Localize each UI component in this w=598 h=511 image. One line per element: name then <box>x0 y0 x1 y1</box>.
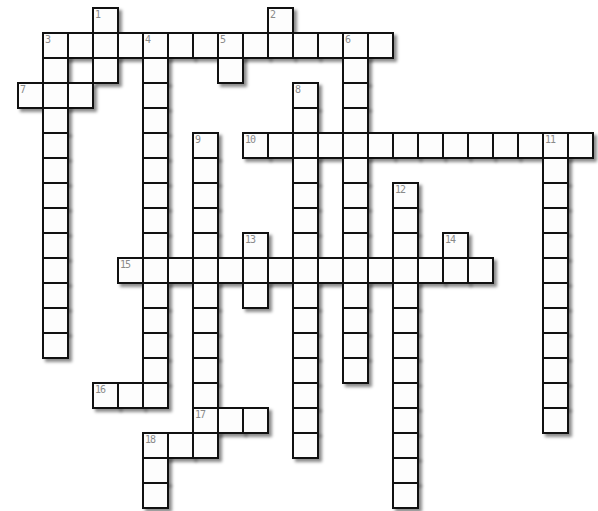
crossword-cell[interactable] <box>142 82 169 109</box>
crossword-cell[interactable] <box>267 257 294 284</box>
crossword-cell[interactable] <box>542 157 569 184</box>
crossword-cell[interactable] <box>142 332 169 359</box>
clue-number: 4 <box>145 34 150 45</box>
crossword-cell[interactable] <box>342 307 369 334</box>
crossword-cell[interactable] <box>192 307 219 334</box>
clue-number: 16 <box>95 384 105 395</box>
crossword-cell[interactable] <box>192 432 219 459</box>
crossword-cell[interactable] <box>67 82 94 109</box>
crossword-cell[interactable] <box>67 32 94 59</box>
crossword-cell[interactable] <box>392 132 419 159</box>
crossword-cell[interactable] <box>42 307 69 334</box>
crossword-cell[interactable] <box>292 332 319 359</box>
crossword-cell[interactable] <box>292 32 319 59</box>
crossword-cell[interactable] <box>142 157 169 184</box>
crossword-cell[interactable] <box>442 132 469 159</box>
crossword-cell[interactable]: 15 <box>117 257 144 284</box>
crossword-cell[interactable] <box>542 357 569 384</box>
crossword-cell[interactable] <box>242 282 269 309</box>
crossword-cell[interactable] <box>342 232 369 259</box>
crossword-cell[interactable] <box>342 57 369 84</box>
crossword-cell[interactable] <box>192 357 219 384</box>
clue-number: 5 <box>220 34 225 45</box>
crossword-cell[interactable] <box>417 257 444 284</box>
crossword-cell[interactable] <box>392 332 419 359</box>
crossword-cell[interactable] <box>142 382 169 409</box>
crossword-cell[interactable] <box>192 382 219 409</box>
crossword-cell[interactable]: 9 <box>192 132 219 159</box>
crossword-cell[interactable] <box>292 407 319 434</box>
crossword-cell[interactable] <box>392 407 419 434</box>
crossword-cell[interactable] <box>217 407 244 434</box>
crossword-cell[interactable] <box>242 257 269 284</box>
crossword-cell[interactable] <box>292 382 319 409</box>
crossword-cell[interactable] <box>392 482 419 509</box>
crossword-cell[interactable]: 12 <box>392 182 419 209</box>
crossword-cell[interactable] <box>392 357 419 384</box>
crossword-cell[interactable] <box>142 107 169 134</box>
crossword-cell[interactable] <box>292 132 319 159</box>
crossword-cell[interactable] <box>167 257 194 284</box>
crossword-cell[interactable] <box>117 32 144 59</box>
clue-number: 14 <box>445 234 455 245</box>
crossword-cell[interactable] <box>467 257 494 284</box>
crossword-cell[interactable] <box>192 182 219 209</box>
crossword-cell[interactable] <box>142 182 169 209</box>
clue-number: 7 <box>20 84 25 95</box>
crossword-cell[interactable]: 11 <box>542 132 569 159</box>
crossword-cell[interactable] <box>292 282 319 309</box>
crossword-cell[interactable] <box>167 432 194 459</box>
crossword-cell[interactable] <box>542 382 569 409</box>
crossword-cell[interactable] <box>342 107 369 134</box>
crossword-cell[interactable] <box>317 132 344 159</box>
crossword-cell[interactable] <box>142 282 169 309</box>
crossword-cell[interactable] <box>217 57 244 84</box>
crossword-cell[interactable]: 13 <box>242 232 269 259</box>
crossword-cell[interactable] <box>392 257 419 284</box>
crossword-cell[interactable]: 5 <box>217 32 244 59</box>
crossword-cell[interactable] <box>342 357 369 384</box>
crossword-cell[interactable] <box>292 357 319 384</box>
crossword-cell[interactable] <box>392 382 419 409</box>
crossword-cell[interactable]: 10 <box>242 132 269 159</box>
crossword-cell[interactable] <box>192 232 219 259</box>
crossword-cell[interactable]: 2 <box>267 7 294 34</box>
clue-number: 11 <box>545 134 555 145</box>
crossword-cell[interactable] <box>142 357 169 384</box>
crossword-cell[interactable] <box>192 332 219 359</box>
crossword-cell[interactable] <box>342 132 369 159</box>
crossword-cell[interactable] <box>342 257 369 284</box>
crossword-cell[interactable] <box>367 132 394 159</box>
crossword-cell[interactable] <box>192 207 219 234</box>
crossword-cell[interactable] <box>342 207 369 234</box>
crossword-cell[interactable] <box>42 232 69 259</box>
crossword-cell[interactable] <box>42 182 69 209</box>
crossword-cell[interactable]: 1 <box>92 7 119 34</box>
clue-number: 2 <box>270 9 275 20</box>
crossword-cell[interactable] <box>142 207 169 234</box>
crossword-cell[interactable] <box>567 132 594 159</box>
crossword-cell[interactable] <box>42 82 69 109</box>
crossword-cell[interactable] <box>142 132 169 159</box>
crossword-cell[interactable]: 14 <box>442 232 469 259</box>
crossword-cell[interactable]: 7 <box>17 82 44 109</box>
crossword-cell[interactable] <box>392 282 419 309</box>
crossword-cell[interactable] <box>292 157 319 184</box>
crossword-cell[interactable] <box>392 432 419 459</box>
crossword-cell[interactable] <box>542 332 569 359</box>
crossword-cell[interactable] <box>192 282 219 309</box>
crossword-cell[interactable] <box>292 307 319 334</box>
crossword-cell[interactable] <box>267 132 294 159</box>
crossword-cell[interactable] <box>292 432 319 459</box>
crossword-cell[interactable]: 18 <box>142 432 169 459</box>
clue-number: 12 <box>395 184 405 195</box>
crossword-cell[interactable] <box>167 32 194 59</box>
clue-number: 9 <box>195 134 200 145</box>
crossword-cell[interactable] <box>142 482 169 509</box>
crossword-cell[interactable]: 17 <box>192 407 219 434</box>
crossword-cell[interactable] <box>317 257 344 284</box>
crossword-cell[interactable] <box>392 457 419 484</box>
clue-number: 6 <box>345 34 350 45</box>
crossword-cell[interactable] <box>392 232 419 259</box>
crossword-cell[interactable] <box>417 132 444 159</box>
crossword-cell[interactable] <box>317 32 344 59</box>
crossword-cell[interactable] <box>292 207 319 234</box>
crossword-cell[interactable]: 4 <box>142 32 169 59</box>
crossword-cell[interactable] <box>392 307 419 334</box>
crossword-cell[interactable] <box>442 257 469 284</box>
crossword-cell[interactable] <box>192 257 219 284</box>
crossword-cell[interactable] <box>217 257 244 284</box>
crossword-cell[interactable]: 3 <box>42 32 69 59</box>
clue-number: 8 <box>295 84 300 95</box>
crossword-cell[interactable] <box>542 207 569 234</box>
crossword-cell[interactable] <box>92 57 119 84</box>
crossword-cell[interactable] <box>192 32 219 59</box>
crossword-cell[interactable] <box>342 282 369 309</box>
crossword-cell[interactable] <box>42 57 69 84</box>
crossword-cell[interactable] <box>117 382 144 409</box>
clue-number: 1 <box>95 9 100 20</box>
crossword-cell[interactable] <box>342 182 369 209</box>
crossword-cell[interactable] <box>542 182 569 209</box>
clue-number: 13 <box>245 234 255 245</box>
crossword-cell[interactable] <box>542 407 569 434</box>
crossword-cell[interactable] <box>42 207 69 234</box>
crossword-cell[interactable] <box>242 32 269 59</box>
crossword-cell[interactable] <box>42 132 69 159</box>
crossword-cell[interactable] <box>292 107 319 134</box>
clue-number: 3 <box>45 34 50 45</box>
crossword-cell[interactable] <box>342 157 369 184</box>
crossword-cell[interactable]: 6 <box>342 32 369 59</box>
crossword-cell[interactable] <box>392 207 419 234</box>
crossword-cell[interactable]: 16 <box>92 382 119 409</box>
crossword-cell[interactable] <box>542 307 569 334</box>
crossword-cell[interactable] <box>42 332 69 359</box>
crossword-cell[interactable] <box>42 107 69 134</box>
crossword-cell[interactable] <box>42 157 69 184</box>
crossword-cell[interactable] <box>542 282 569 309</box>
clue-number: 15 <box>120 259 130 270</box>
crossword-cell[interactable] <box>342 82 369 109</box>
crossword-cell[interactable] <box>142 457 169 484</box>
crossword-cell[interactable] <box>292 257 319 284</box>
crossword-cell[interactable] <box>192 157 219 184</box>
clue-number: 17 <box>195 409 205 420</box>
crossword-cell[interactable] <box>292 182 319 209</box>
crossword-cell[interactable] <box>542 257 569 284</box>
crossword-cell[interactable] <box>92 32 119 59</box>
crossword-cell[interactable] <box>42 282 69 309</box>
crossword-cell[interactable] <box>367 32 394 59</box>
crossword-cell[interactable] <box>142 307 169 334</box>
crossword-cell[interactable] <box>492 132 519 159</box>
crossword-cell[interactable] <box>517 132 544 159</box>
crossword-cell[interactable] <box>467 132 494 159</box>
crossword-cell[interactable] <box>242 407 269 434</box>
crossword-cell[interactable] <box>367 257 394 284</box>
crossword-cell[interactable] <box>142 232 169 259</box>
crossword-cell[interactable] <box>267 32 294 59</box>
crossword-cell[interactable]: 8 <box>292 82 319 109</box>
crossword-cell[interactable] <box>292 232 319 259</box>
crossword-cell[interactable] <box>42 257 69 284</box>
clue-number: 10 <box>245 134 255 145</box>
crossword-cell[interactable] <box>142 57 169 84</box>
crossword-board: 123456789101112131415161718 <box>0 0 598 511</box>
clue-number: 18 <box>145 434 155 445</box>
crossword-cell[interactable] <box>342 332 369 359</box>
crossword-cell[interactable] <box>542 232 569 259</box>
crossword-cell[interactable] <box>142 257 169 284</box>
